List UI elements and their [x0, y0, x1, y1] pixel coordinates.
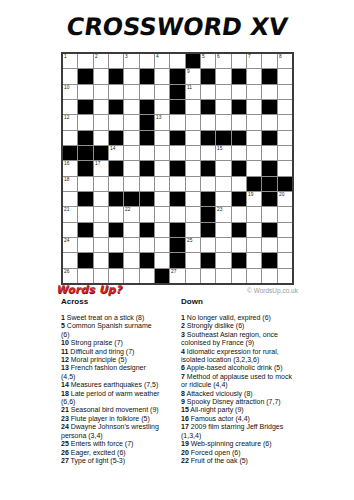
grid-cell[interactable]: 23	[216, 207, 230, 221]
grid-cell[interactable]	[78, 115, 92, 129]
grid-cell[interactable]	[78, 207, 92, 221]
grid-cell[interactable]: 25	[186, 238, 200, 252]
grid-cell[interactable]	[247, 85, 261, 99]
clue-down-8: 8 Attacked viciously (8)	[181, 390, 293, 398]
clue-down-20: 20 Forced open (6)	[181, 449, 293, 457]
block-cell	[140, 115, 154, 129]
grid-cell[interactable]	[94, 238, 108, 252]
crossword-grid: 1234567891011121314151617181920212223242…	[61, 52, 294, 285]
block-cell	[201, 207, 215, 221]
grid-cell[interactable]	[232, 146, 246, 160]
block-cell	[170, 131, 184, 145]
cell-number: 3	[125, 54, 128, 59]
block-cell	[109, 253, 123, 267]
cell-number: 23	[217, 207, 222, 212]
grid-cell[interactable]	[278, 238, 292, 252]
block-cell	[232, 161, 246, 175]
grid-cell[interactable]: 2	[94, 54, 108, 68]
grid-cell[interactable]	[94, 100, 108, 114]
grid-cell[interactable]	[155, 238, 169, 252]
grid-cell[interactable]	[170, 146, 184, 160]
clue-down-1: 1 No longer valid, expired (6)	[181, 314, 293, 322]
grid-cell[interactable]	[278, 207, 292, 221]
block-cell	[170, 238, 184, 252]
block-cell	[262, 161, 276, 175]
grid-cell[interactable]	[186, 131, 200, 145]
clue-across-12: 12 Moral principle (5)	[61, 356, 161, 364]
block-cell	[232, 131, 246, 145]
block-cell	[201, 100, 215, 114]
grid-cell[interactable]	[278, 253, 292, 267]
grid-cell[interactable]: 1	[63, 54, 77, 68]
block-cell	[109, 69, 123, 83]
cell-number: 1	[64, 54, 67, 59]
grid-cell[interactable]	[94, 207, 108, 221]
block-cell	[140, 100, 154, 114]
block-cell	[247, 177, 261, 191]
grid-cell[interactable]	[170, 207, 184, 221]
block-cell	[140, 161, 154, 175]
grid-cell[interactable]: 3	[124, 54, 138, 68]
grid-cell[interactable]: 14	[109, 146, 123, 160]
grid-cell[interactable]	[247, 131, 261, 145]
block-cell	[262, 192, 276, 206]
clue-down-16: 16 Famous actor (4,4)	[181, 415, 293, 423]
across-header: Across	[61, 297, 161, 306]
cell-number: 6	[217, 54, 220, 59]
grid-cell[interactable]	[201, 85, 215, 99]
clue-across-14: 14 Measures earthquakes (7,5)	[61, 381, 161, 389]
grid-cell[interactable]	[186, 146, 200, 160]
cell-number: 12	[64, 115, 69, 120]
cell-number: 26	[64, 269, 69, 274]
grid-cell[interactable]: 7	[247, 54, 261, 68]
grid-cell[interactable]	[94, 223, 108, 237]
grid-cell[interactable]	[140, 177, 154, 191]
grid-cell[interactable]	[155, 131, 169, 145]
grid-cell[interactable]: 8	[278, 54, 292, 68]
grid-cell[interactable]	[78, 238, 92, 252]
grid-cell[interactable]	[216, 223, 230, 237]
block-cell	[201, 253, 215, 267]
grid-cell[interactable]	[109, 115, 123, 129]
cell-number: 2	[95, 54, 98, 59]
grid-cell[interactable]: 11	[186, 85, 200, 99]
block-cell	[78, 223, 92, 237]
grid-cell[interactable]	[124, 223, 138, 237]
clue-down-7: 7 Method of applause used to mock or rid…	[181, 373, 293, 390]
down-clue-list: Down 1 No longer valid, expired (6)2 Str…	[181, 297, 293, 465]
block-cell	[109, 223, 123, 237]
cell-number: 5	[202, 54, 205, 59]
grid-cell[interactable]	[170, 115, 184, 129]
grid-cell[interactable]	[94, 192, 108, 206]
grid-cell[interactable]	[109, 238, 123, 252]
grid-cell[interactable]: 13	[155, 115, 169, 129]
grid-cell[interactable]: 4	[155, 54, 169, 68]
grid-cell[interactable]	[124, 69, 138, 83]
grid-cell[interactable]	[109, 54, 123, 68]
block-cell	[201, 131, 215, 145]
grid-cell[interactable]	[155, 207, 169, 221]
grid-cell[interactable]	[247, 223, 261, 237]
grid-cell[interactable]	[186, 207, 200, 221]
grid-cell[interactable]	[278, 100, 292, 114]
grid-cell[interactable]	[278, 146, 292, 160]
cell-number: 24	[64, 238, 69, 243]
cell-number: 21	[64, 207, 69, 212]
block-cell	[232, 192, 246, 206]
grid-cell[interactable]	[63, 131, 77, 145]
grid-cell[interactable]	[155, 69, 169, 83]
grid-cell[interactable]	[186, 192, 200, 206]
clue-down-2: 2 Strongly dislike (6)	[181, 322, 293, 330]
grid-cell[interactable]	[94, 69, 108, 83]
grid-cell[interactable]	[186, 161, 200, 175]
grid-cell[interactable]	[262, 238, 276, 252]
cell-number: 10	[64, 85, 69, 90]
cell-number: 15	[217, 146, 222, 151]
block-cell	[232, 253, 246, 267]
clue-across-21: 21 Seasonal bird movement (9)	[61, 406, 161, 414]
clue-down-17: 17 2009 film starring Jeff Bridges (1,3,…	[181, 423, 293, 440]
grid-cell[interactable]	[140, 54, 154, 68]
grid-cell[interactable]: 19	[247, 192, 261, 206]
grid-cell[interactable]: 10	[63, 85, 77, 99]
grid-cell[interactable]	[278, 131, 292, 145]
grid-cell[interactable]	[63, 192, 77, 206]
grid-cell[interactable]	[278, 69, 292, 83]
block-cell	[170, 192, 184, 206]
block-cell	[216, 131, 230, 145]
cell-number: 18	[64, 177, 69, 182]
grid-cell[interactable]: 6	[216, 54, 230, 68]
cell-number: 8	[279, 54, 282, 59]
grid-cell[interactable]	[247, 115, 261, 129]
block-cell	[232, 69, 246, 83]
clue-across-5: 5 Common Spanish surname (6)	[61, 322, 161, 339]
block-cell	[124, 192, 138, 206]
cell-number: 25	[187, 238, 192, 243]
grid-cell[interactable]	[216, 69, 230, 83]
block-cell	[170, 100, 184, 114]
clue-down-9: 9 Spooky Disney attraction (7,7)	[181, 398, 293, 406]
grid-cell[interactable]	[216, 100, 230, 114]
clue-down-6: 6 Apple-based alcoholic drink (5)	[181, 364, 293, 372]
grid-cell[interactable]	[262, 146, 276, 160]
grid-cell[interactable]	[232, 238, 246, 252]
grid-cell[interactable]	[247, 269, 261, 283]
cell-number: 13	[156, 115, 161, 120]
block-cell	[140, 223, 154, 237]
grid-cell[interactable]	[94, 177, 108, 191]
grid-cell[interactable]	[216, 85, 230, 99]
block-cell	[170, 253, 184, 267]
clue-down-15: 15 All-night party (9)	[181, 406, 293, 414]
grid-cell[interactable]	[94, 115, 108, 129]
grid-cell[interactable]	[140, 207, 154, 221]
grid-cell[interactable]	[232, 85, 246, 99]
block-cell	[140, 253, 154, 267]
block-cell	[78, 192, 92, 206]
grid-cell[interactable]	[109, 85, 123, 99]
cell-number: 9	[187, 69, 190, 74]
clue-down-3: 3 Southeast Asian region, once colonised…	[181, 331, 293, 348]
block-cell	[78, 146, 92, 160]
grid-cell[interactable]	[216, 115, 230, 129]
block-cell	[170, 223, 184, 237]
grid-cell[interactable]	[94, 131, 108, 145]
grid-cell[interactable]	[186, 177, 200, 191]
grid-cell[interactable]: 17	[94, 161, 108, 175]
grid-cell[interactable]	[186, 115, 200, 129]
grid-cell[interactable]	[124, 253, 138, 267]
block-cell	[262, 177, 276, 191]
clue-across-1: 1 Sweet treat on a stick (8)	[61, 314, 161, 322]
clue-across-18: 18 Late period of warm weather (6,6)	[61, 390, 161, 407]
grid-cell[interactable]	[216, 192, 230, 206]
grid-cell[interactable]	[170, 177, 184, 191]
grid-cell[interactable]	[278, 223, 292, 237]
block-cell	[186, 54, 200, 68]
grid-cell[interactable]	[94, 253, 108, 267]
grid-cell[interactable]	[186, 100, 200, 114]
clue-across-10: 10 Strong praise (7)	[61, 339, 161, 347]
clue-down-22: 22 Fruit of the oak (5)	[181, 457, 293, 465]
grid-cell[interactable]: 18	[63, 177, 77, 191]
grid-cell[interactable]	[262, 115, 276, 129]
block-cell	[170, 161, 184, 175]
down-header: Down	[181, 297, 293, 306]
cell-number: 16	[64, 161, 69, 166]
grid-cell[interactable]	[186, 269, 200, 283]
grid-cell[interactable]	[78, 54, 92, 68]
grid-cell[interactable]	[170, 54, 184, 68]
grid-cell[interactable]	[278, 161, 292, 175]
cell-number: 11	[187, 85, 192, 90]
grid-cell[interactable]	[232, 269, 246, 283]
block-cell	[78, 69, 92, 83]
grid-cell[interactable]	[140, 269, 154, 283]
grid-cell[interactable]: 26	[63, 269, 77, 283]
block-cell	[155, 269, 169, 283]
block-cell	[109, 131, 123, 145]
grid-cell[interactable]	[186, 253, 200, 267]
block-cell	[140, 69, 154, 83]
clue-down-4: 4 Idiomatic expression for rural, isolat…	[181, 348, 293, 365]
grid-cell[interactable]	[155, 223, 169, 237]
grid-cell[interactable]: 27	[170, 269, 184, 283]
block-cell	[94, 146, 108, 160]
grid-cell[interactable]	[155, 177, 169, 191]
block-cell	[262, 69, 276, 83]
clue-across-25: 25 Enters with force (7)	[61, 440, 161, 448]
block-cell	[278, 177, 292, 191]
block-cell	[201, 161, 215, 175]
block-cell	[201, 69, 215, 83]
block-cell	[78, 131, 92, 145]
grid-cell[interactable]: 24	[63, 238, 77, 252]
grid-cell[interactable]	[278, 269, 292, 283]
grid-cell[interactable]	[124, 115, 138, 129]
block-cell	[109, 161, 123, 175]
grid-cell[interactable]: 5	[201, 54, 215, 68]
grid-cell[interactable]	[278, 115, 292, 129]
grid-cell[interactable]	[247, 161, 261, 175]
grid-cell[interactable]	[109, 207, 123, 221]
grid-cell[interactable]	[201, 238, 215, 252]
grid-cell[interactable]	[216, 253, 230, 267]
clue-across-23: 23 Flute player in folklore (5)	[61, 415, 161, 423]
grid-cell[interactable]	[262, 85, 276, 99]
block-cell	[78, 100, 92, 114]
grid-cell[interactable]	[94, 269, 108, 283]
grid-cell[interactable]	[124, 238, 138, 252]
grid-cell[interactable]	[140, 238, 154, 252]
grid-cell[interactable]	[124, 177, 138, 191]
grid-cell[interactable]	[140, 85, 154, 99]
grid-cell[interactable]	[232, 115, 246, 129]
block-cell	[232, 223, 246, 237]
block-cell	[201, 192, 215, 206]
grid-cell[interactable]	[201, 177, 215, 191]
page-title: CROSSWORD XV	[0, 13, 354, 41]
grid-cell[interactable]: 15	[216, 146, 230, 160]
grid-cell[interactable]: 20	[278, 192, 292, 206]
grid-cell[interactable]	[247, 238, 261, 252]
grid-cell[interactable]	[109, 269, 123, 283]
grid-cell[interactable]	[155, 161, 169, 175]
grid-cell[interactable]	[124, 131, 138, 145]
grid-cell[interactable]: 9	[186, 69, 200, 83]
grid-cell[interactable]	[262, 207, 276, 221]
grid-cell[interactable]	[216, 269, 230, 283]
clue-across-26: 26 Eager, excited (6)	[61, 449, 161, 457]
block-cell	[262, 223, 276, 237]
block-cell	[170, 85, 184, 99]
block-cell	[78, 253, 92, 267]
grid-cell[interactable]	[155, 253, 169, 267]
grid-cell[interactable]	[201, 146, 215, 160]
block-cell	[78, 161, 92, 175]
cell-number: 4	[156, 54, 159, 59]
grid-cell[interactable]	[109, 177, 123, 191]
grid-cell[interactable]	[155, 192, 169, 206]
grid-cell[interactable]	[63, 223, 77, 237]
grid-cell[interactable]	[78, 177, 92, 191]
words-up-logo: Words Up?	[56, 283, 122, 295]
cell-number: 17	[95, 161, 100, 166]
clue-across-11: 11 Difficult and tiring (7)	[61, 348, 161, 356]
grid-cell[interactable]	[247, 207, 261, 221]
grid-cell[interactable]	[124, 161, 138, 175]
grid-cell[interactable]	[124, 100, 138, 114]
cell-number: 27	[171, 269, 176, 274]
grid-cell[interactable]	[140, 146, 154, 160]
copyright-text: © WordsUp.co.uk	[178, 287, 298, 294]
grid-cell[interactable]	[78, 85, 92, 99]
grid-cell[interactable]: 21	[63, 207, 77, 221]
grid-cell[interactable]	[232, 54, 246, 68]
grid-cell[interactable]	[216, 238, 230, 252]
cell-number: 7	[248, 54, 251, 59]
grid-cell[interactable]: 16	[63, 161, 77, 175]
block-cell	[63, 146, 77, 160]
clue-across-13: 13 French fashion designer (4,5)	[61, 364, 161, 381]
block-cell	[140, 131, 154, 145]
grid-cell[interactable]	[78, 269, 92, 283]
grid-cell[interactable]: 12	[63, 115, 77, 129]
grid-cell[interactable]	[201, 269, 215, 283]
grid-cell[interactable]	[186, 223, 200, 237]
grid-cell[interactable]	[247, 69, 261, 83]
grid-cell[interactable]	[63, 253, 77, 267]
grid-cell[interactable]	[232, 207, 246, 221]
grid-cell[interactable]	[232, 177, 246, 191]
block-cell	[232, 100, 246, 114]
grid-cell[interactable]	[124, 269, 138, 283]
grid-cell[interactable]	[278, 85, 292, 99]
grid-cell[interactable]	[63, 69, 77, 83]
grid-cell[interactable]	[247, 100, 261, 114]
grid-cell[interactable]	[63, 100, 77, 114]
clue-across-24: 24 Dwayne Johnson's wrestling persona (3…	[61, 423, 161, 440]
grid-cell[interactable]	[124, 146, 138, 160]
grid-cell[interactable]	[216, 161, 230, 175]
grid-cell[interactable]	[262, 54, 276, 68]
cell-number: 22	[125, 207, 130, 212]
clue-down-19: 19 Web-spinning creature (6)	[181, 440, 293, 448]
grid-cell[interactable]: 22	[124, 207, 138, 221]
cell-number: 14	[110, 146, 115, 151]
cell-number: 19	[248, 192, 253, 197]
grid-cell[interactable]	[247, 253, 261, 267]
block-cell	[170, 69, 184, 83]
clue-across-27: 27 Type of light (5-3)	[61, 457, 161, 465]
block-cell	[140, 192, 154, 206]
grid-cell[interactable]	[201, 115, 215, 129]
block-cell	[262, 131, 276, 145]
grid-cell[interactable]	[155, 100, 169, 114]
grid-cell[interactable]	[247, 146, 261, 160]
block-cell	[262, 253, 276, 267]
cell-number: 20	[279, 192, 284, 197]
grid-cell[interactable]	[124, 85, 138, 99]
grid-cell[interactable]	[94, 85, 108, 99]
block-cell	[262, 100, 276, 114]
block-cell	[109, 100, 123, 114]
block-cell	[201, 223, 215, 237]
block-cell	[109, 192, 123, 206]
grid-cell[interactable]	[262, 269, 276, 283]
grid-cell[interactable]	[216, 177, 230, 191]
grid-cell[interactable]	[155, 146, 169, 160]
grid-cell[interactable]	[155, 85, 169, 99]
across-clue-list: Across 1 Sweet treat on a stick (8)5 Com…	[61, 297, 161, 465]
